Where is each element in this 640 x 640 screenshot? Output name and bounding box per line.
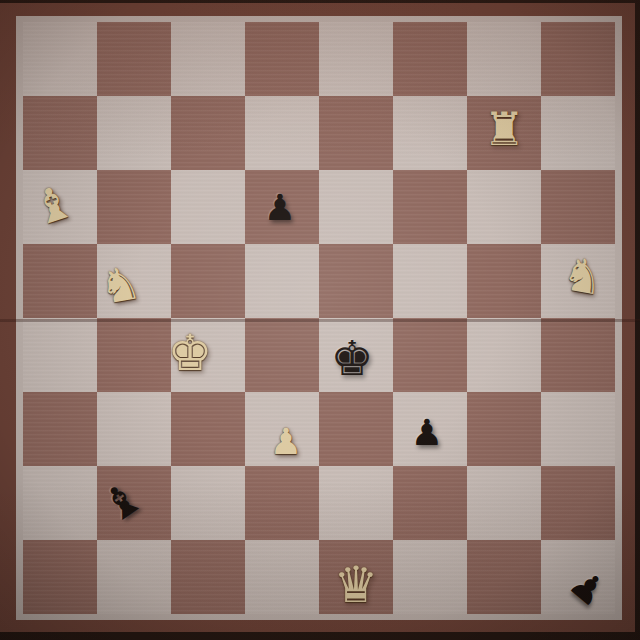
square-e5[interactable] bbox=[319, 244, 393, 318]
piece-white-king-c4[interactable]: ♚ bbox=[168, 328, 213, 378]
square-h8[interactable] bbox=[541, 22, 615, 96]
square-h6[interactable] bbox=[541, 170, 615, 244]
square-a2[interactable] bbox=[23, 466, 97, 540]
square-c5[interactable] bbox=[171, 244, 245, 318]
square-f4[interactable] bbox=[393, 318, 467, 392]
square-d5[interactable] bbox=[245, 244, 319, 318]
square-c1[interactable] bbox=[171, 540, 245, 614]
square-d4[interactable] bbox=[245, 318, 319, 392]
square-d2[interactable] bbox=[245, 466, 319, 540]
piece-white-pawn-d3[interactable]: ♟ bbox=[270, 424, 302, 460]
piece-white-knight-h5[interactable]: ♞ bbox=[559, 250, 608, 302]
piece-white-knight-b5[interactable]: ♞ bbox=[96, 259, 145, 311]
square-e2[interactable] bbox=[319, 466, 393, 540]
square-f6[interactable] bbox=[393, 170, 467, 244]
square-b7[interactable] bbox=[97, 96, 171, 170]
square-b6[interactable] bbox=[97, 170, 171, 244]
chess-board-grid[interactable] bbox=[23, 22, 615, 614]
square-f5[interactable] bbox=[393, 244, 467, 318]
square-g5[interactable] bbox=[467, 244, 541, 318]
square-g6[interactable] bbox=[467, 170, 541, 244]
square-g1[interactable] bbox=[467, 540, 541, 614]
square-a7[interactable] bbox=[23, 96, 97, 170]
square-b3[interactable] bbox=[97, 392, 171, 466]
square-a5[interactable] bbox=[23, 244, 97, 318]
square-h7[interactable] bbox=[541, 96, 615, 170]
square-c7[interactable] bbox=[171, 96, 245, 170]
square-f2[interactable] bbox=[393, 466, 467, 540]
square-a8[interactable] bbox=[23, 22, 97, 96]
piece-white-queen-e1[interactable]: ♛ bbox=[334, 560, 379, 610]
square-c3[interactable] bbox=[171, 392, 245, 466]
square-f1[interactable] bbox=[393, 540, 467, 614]
square-c8[interactable] bbox=[171, 22, 245, 96]
square-f8[interactable] bbox=[393, 22, 467, 96]
square-e3[interactable] bbox=[319, 392, 393, 466]
square-a1[interactable] bbox=[23, 540, 97, 614]
chess-board-photo: ♜♝♟♞♞♚♚♟♟♝♛♟ bbox=[0, 0, 640, 640]
square-d1[interactable] bbox=[245, 540, 319, 614]
square-h4[interactable] bbox=[541, 318, 615, 392]
square-b8[interactable] bbox=[97, 22, 171, 96]
square-g4[interactable] bbox=[467, 318, 541, 392]
square-d7[interactable] bbox=[245, 96, 319, 170]
square-c2[interactable] bbox=[171, 466, 245, 540]
square-h2[interactable] bbox=[541, 466, 615, 540]
square-d8[interactable] bbox=[245, 22, 319, 96]
square-e8[interactable] bbox=[319, 22, 393, 96]
square-b4[interactable] bbox=[97, 318, 171, 392]
square-h3[interactable] bbox=[541, 392, 615, 466]
piece-black-pawn-f3[interactable]: ♟ bbox=[411, 415, 443, 451]
square-a4[interactable] bbox=[23, 318, 97, 392]
square-a3[interactable] bbox=[23, 392, 97, 466]
square-g2[interactable] bbox=[467, 466, 541, 540]
square-c6[interactable] bbox=[171, 170, 245, 244]
square-e7[interactable] bbox=[319, 96, 393, 170]
square-g8[interactable] bbox=[467, 22, 541, 96]
square-e6[interactable] bbox=[319, 170, 393, 244]
square-b1[interactable] bbox=[97, 540, 171, 614]
square-f7[interactable] bbox=[393, 96, 467, 170]
piece-white-rook-g7[interactable]: ♜ bbox=[483, 106, 524, 152]
piece-black-pawn-d6[interactable]: ♟ bbox=[264, 190, 296, 226]
square-g3[interactable] bbox=[467, 392, 541, 466]
piece-black-king-e4[interactable]: ♚ bbox=[330, 334, 373, 382]
